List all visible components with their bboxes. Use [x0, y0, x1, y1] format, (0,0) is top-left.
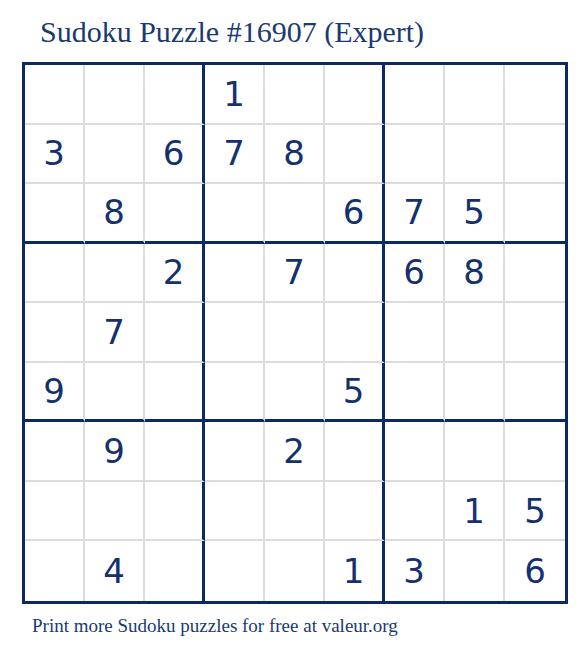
cell-r5c8[interactable]: [445, 303, 505, 363]
cell-r1c2[interactable]: [85, 65, 145, 125]
cell-r7c5[interactable]: 2: [265, 422, 325, 482]
sudoku-board: 136788675276879592154136: [22, 62, 568, 604]
cell-r2c9[interactable]: [505, 125, 565, 185]
cell-r2c6[interactable]: [325, 125, 385, 185]
cell-r7c6[interactable]: [325, 422, 385, 482]
cell-r8c3[interactable]: [145, 482, 205, 542]
cell-r2c1[interactable]: 3: [25, 125, 85, 185]
cell-r3c4[interactable]: [205, 184, 265, 244]
cell-r9c8[interactable]: [445, 541, 505, 601]
cell-r8c5[interactable]: [265, 482, 325, 542]
cell-r9c3[interactable]: [145, 541, 205, 601]
cell-r6c5[interactable]: [265, 363, 325, 423]
cell-r5c6[interactable]: [325, 303, 385, 363]
cell-r8c9[interactable]: 5: [505, 482, 565, 542]
cell-r4c8[interactable]: 8: [445, 244, 505, 304]
cell-r5c4[interactable]: [205, 303, 265, 363]
cell-r8c8[interactable]: 1: [445, 482, 505, 542]
cell-r3c5[interactable]: [265, 184, 325, 244]
cell-r1c4[interactable]: 1: [205, 65, 265, 125]
cell-r6c2[interactable]: [85, 363, 145, 423]
cell-r7c3[interactable]: [145, 422, 205, 482]
cell-r9c1[interactable]: [25, 541, 85, 601]
cell-r4c6[interactable]: [325, 244, 385, 304]
cell-r6c7[interactable]: [385, 363, 445, 423]
cell-r7c2[interactable]: 9: [85, 422, 145, 482]
cell-r3c3[interactable]: [145, 184, 205, 244]
cell-r8c1[interactable]: [25, 482, 85, 542]
cell-r5c1[interactable]: [25, 303, 85, 363]
cell-r3c6[interactable]: 6: [325, 184, 385, 244]
cell-r9c4[interactable]: [205, 541, 265, 601]
cell-r8c7[interactable]: [385, 482, 445, 542]
cell-r3c9[interactable]: [505, 184, 565, 244]
cell-r1c7[interactable]: [385, 65, 445, 125]
cell-r6c9[interactable]: [505, 363, 565, 423]
cell-r1c6[interactable]: [325, 65, 385, 125]
cell-r6c3[interactable]: [145, 363, 205, 423]
cell-r4c9[interactable]: [505, 244, 565, 304]
cell-r2c2[interactable]: [85, 125, 145, 185]
cell-r7c4[interactable]: [205, 422, 265, 482]
cell-r6c6[interactable]: 5: [325, 363, 385, 423]
cell-r4c5[interactable]: 7: [265, 244, 325, 304]
cell-r3c7[interactable]: 7: [385, 184, 445, 244]
cell-r7c1[interactable]: [25, 422, 85, 482]
cell-r6c1[interactable]: 9: [25, 363, 85, 423]
cell-r8c4[interactable]: [205, 482, 265, 542]
cell-r5c2[interactable]: 7: [85, 303, 145, 363]
cell-r2c4[interactable]: 7: [205, 125, 265, 185]
cell-r5c7[interactable]: [385, 303, 445, 363]
cell-r4c3[interactable]: 2: [145, 244, 205, 304]
cell-r1c1[interactable]: [25, 65, 85, 125]
cell-r3c1[interactable]: [25, 184, 85, 244]
cell-r9c2[interactable]: 4: [85, 541, 145, 601]
cell-r7c9[interactable]: [505, 422, 565, 482]
cell-r2c5[interactable]: 8: [265, 125, 325, 185]
cell-r2c8[interactable]: [445, 125, 505, 185]
cell-r5c3[interactable]: [145, 303, 205, 363]
cell-r9c6[interactable]: 1: [325, 541, 385, 601]
cell-r6c8[interactable]: [445, 363, 505, 423]
page-title: Sudoku Puzzle #16907 (Expert): [40, 14, 424, 50]
cell-r1c8[interactable]: [445, 65, 505, 125]
cell-r2c7[interactable]: [385, 125, 445, 185]
cell-r1c3[interactable]: [145, 65, 205, 125]
cell-r7c8[interactable]: [445, 422, 505, 482]
cell-r4c7[interactable]: 6: [385, 244, 445, 304]
cell-r4c2[interactable]: [85, 244, 145, 304]
cell-r2c3[interactable]: 6: [145, 125, 205, 185]
cell-r8c2[interactable]: [85, 482, 145, 542]
cell-r1c9[interactable]: [505, 65, 565, 125]
footer-link[interactable]: Print more Sudoku puzzles for free at va…: [32, 613, 398, 639]
cell-r7c7[interactable]: [385, 422, 445, 482]
cell-r9c9[interactable]: 6: [505, 541, 565, 601]
cell-r5c5[interactable]: [265, 303, 325, 363]
cell-r3c2[interactable]: 8: [85, 184, 145, 244]
cell-r5c9[interactable]: [505, 303, 565, 363]
cell-r4c1[interactable]: [25, 244, 85, 304]
cell-r3c8[interactable]: 5: [445, 184, 505, 244]
cell-r6c4[interactable]: [205, 363, 265, 423]
cell-r9c5[interactable]: [265, 541, 325, 601]
cell-r9c7[interactable]: 3: [385, 541, 445, 601]
cell-r1c5[interactable]: [265, 65, 325, 125]
cell-r8c6[interactable]: [325, 482, 385, 542]
cell-r4c4[interactable]: [205, 244, 265, 304]
